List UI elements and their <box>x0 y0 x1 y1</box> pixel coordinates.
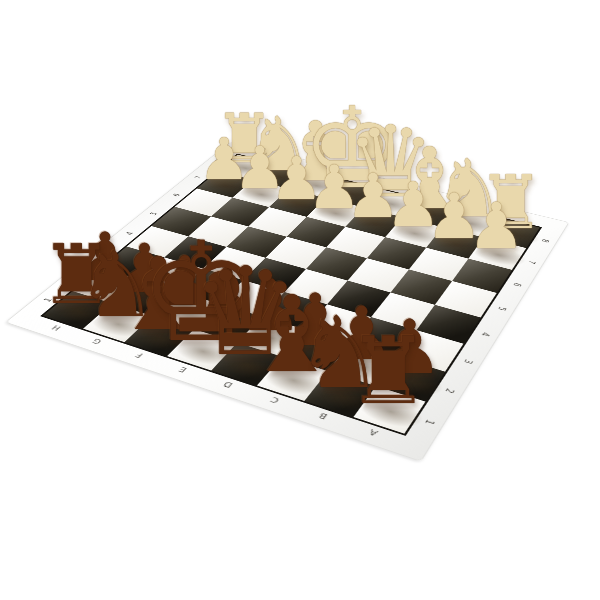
rank-label: 1 <box>23 289 73 310</box>
rank-label: 2 <box>52 266 100 286</box>
scene: HGFEDCBA 87654321 87654321 ♜♞♝♛♚♝♞♜♟♟♟♟♟… <box>0 0 600 600</box>
rank-label: 5 <box>131 205 176 222</box>
rank-label: 1 <box>399 408 458 437</box>
chess-set-product-photo: HGFEDCBA 87654321 87654321 ♜♞♝♛♚♝♞♜♟♟♟♟♟… <box>0 0 600 600</box>
chess-board-mat: HGFEDCBA 87654321 87654321 <box>5 142 570 462</box>
rank-label: 6 <box>155 187 198 203</box>
rank-label: 4 <box>106 225 152 243</box>
rank-label: 3 <box>80 245 127 264</box>
